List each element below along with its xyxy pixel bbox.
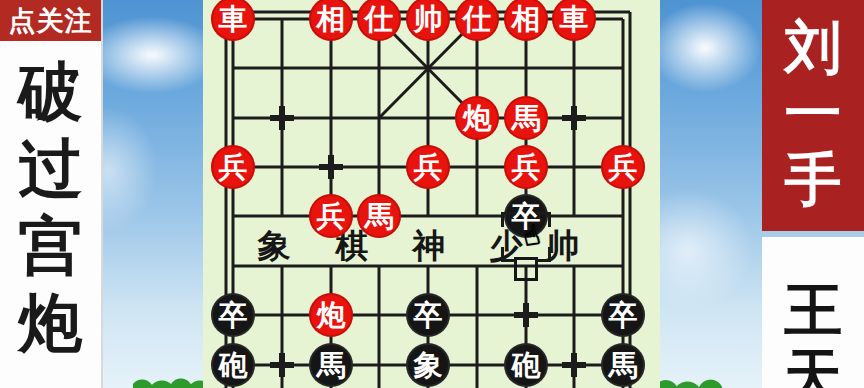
left-title: 破 过 宫 炮 [0, 41, 101, 361]
piece-black-cannon[interactable]: 砲 [504, 343, 548, 387]
left-title-char: 破 [19, 53, 83, 130]
river-char: 神 [409, 224, 449, 269]
player-name-char: 王 [784, 277, 842, 343]
player-name-char: 天 [784, 343, 842, 388]
piece-black-horse[interactable]: 馬 [309, 343, 353, 387]
piece-black-horse[interactable]: 馬 [601, 343, 645, 387]
bush-icon [656, 365, 726, 388]
piece-black-elephant[interactable]: 象 [406, 343, 450, 387]
video-frame: 点关注 破 过 宫 炮 [0, 0, 864, 388]
xiangqi-board[interactable]: 象 棋 神 少 帅 車相仕帅仕相車炮馬兵兵兵兵兵馬卒卒炮卒卒砲馬象砲馬 ☝ [203, 0, 660, 388]
piece-black-soldier[interactable]: 卒 [406, 293, 450, 337]
piece-red-cannon[interactable]: 炮 [455, 96, 499, 140]
piece-black-soldier[interactable]: 卒 [601, 293, 645, 337]
piece-red-soldier[interactable]: 兵 [309, 194, 353, 238]
piece-red-horse[interactable]: 馬 [504, 96, 548, 140]
river-char: 象 [254, 224, 294, 269]
left-title-char: 宫 [19, 207, 83, 284]
player-name-red: 刘 一 手 [762, 0, 864, 231]
piece-red-soldier[interactable]: 兵 [406, 145, 450, 189]
right-banner: 刘 一 手 王 天 [762, 0, 864, 388]
player-name-char: 刘 [785, 14, 842, 80]
piece-red-cannon[interactable]: 炮 [309, 293, 353, 337]
follow-badge: 点关注 [0, 0, 101, 41]
player-name-char: 手 [785, 146, 842, 212]
bush-icon [133, 368, 209, 388]
player-name-char: 一 [785, 80, 842, 146]
piece-red-soldier[interactable]: 兵 [211, 145, 255, 189]
left-title-char: 过 [19, 130, 83, 207]
piece-red-horse[interactable]: 馬 [357, 194, 401, 238]
player-name-black: 王 天 [762, 237, 864, 388]
piece-red-soldier[interactable]: 兵 [601, 145, 645, 189]
left-title-char: 炮 [19, 284, 83, 361]
left-banner: 点关注 破 过 宫 炮 [0, 0, 103, 388]
piece-red-soldier[interactable]: 兵 [504, 145, 548, 189]
piece-black-cannon[interactable]: 砲 [211, 343, 255, 387]
piece-black-soldier[interactable]: 卒 [211, 293, 255, 337]
follow-badge-text: 点关注 [9, 3, 93, 39]
